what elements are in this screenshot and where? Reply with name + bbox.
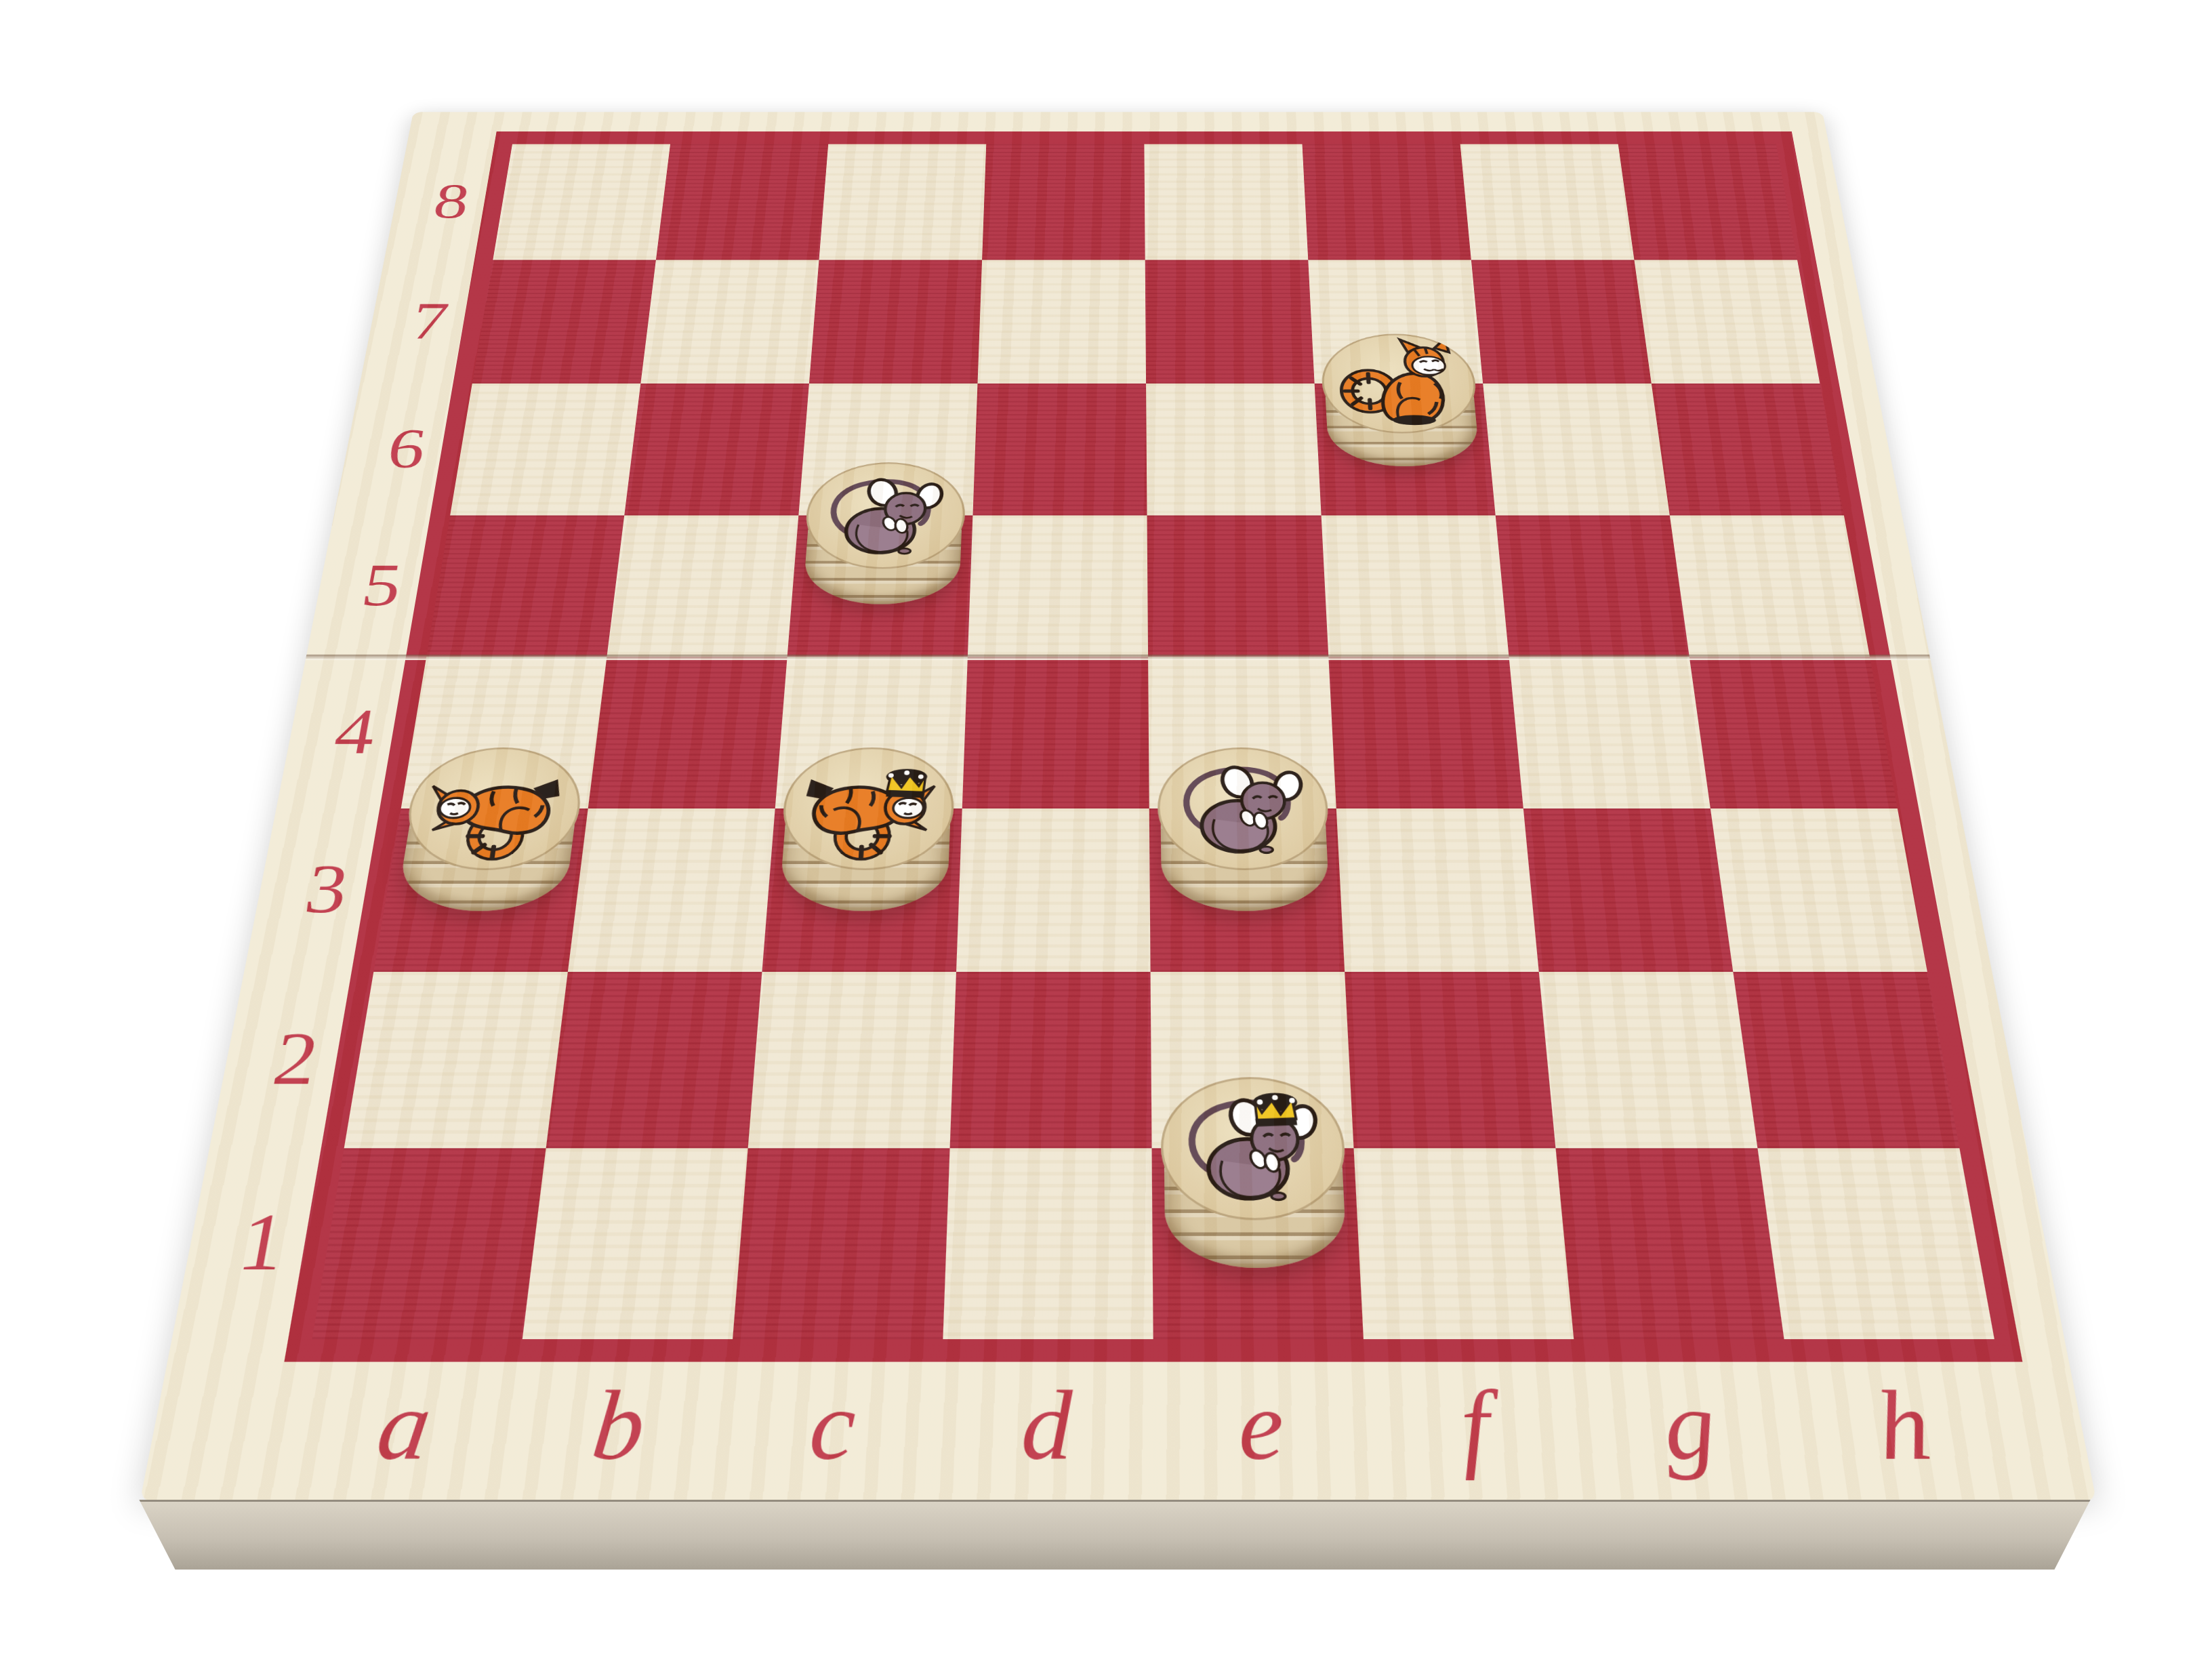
crown-icon bbox=[885, 769, 928, 798]
square-a2[interactable] bbox=[344, 972, 568, 1148]
square-g3[interactable] bbox=[1523, 808, 1733, 972]
cat-artwork bbox=[1325, 337, 1475, 430]
square-d6[interactable] bbox=[972, 384, 1147, 516]
square-h6[interactable] bbox=[1652, 384, 1844, 516]
square-g4[interactable] bbox=[1509, 657, 1711, 808]
file-label-h: h bbox=[1788, 1365, 2022, 1490]
square-b8[interactable] bbox=[656, 144, 828, 260]
square-a7[interactable] bbox=[472, 260, 656, 384]
cat-piece-a3[interactable] bbox=[392, 747, 587, 915]
square-f3[interactable] bbox=[1336, 808, 1539, 972]
king-mouse-piece-e1[interactable] bbox=[1160, 1077, 1351, 1272]
rank-label-2: 2 bbox=[209, 972, 332, 1148]
square-d2[interactable] bbox=[950, 972, 1152, 1148]
square-h8[interactable] bbox=[1618, 144, 1797, 260]
square-d8[interactable] bbox=[982, 144, 1145, 260]
square-d4[interactable] bbox=[962, 657, 1149, 808]
file-label-g: g bbox=[1576, 1365, 1805, 1490]
square-g6[interactable] bbox=[1483, 384, 1670, 516]
square-c8[interactable] bbox=[819, 144, 986, 260]
checkers-board: 87654321abcdefgh bbox=[140, 112, 2097, 1501]
file-label-a: a bbox=[287, 1365, 519, 1490]
square-g8[interactable] bbox=[1460, 144, 1635, 260]
square-f1[interactable] bbox=[1354, 1148, 1574, 1339]
file-label-f: f bbox=[1365, 1365, 1588, 1490]
square-h1[interactable] bbox=[1757, 1148, 1994, 1339]
square-a8[interactable] bbox=[493, 144, 670, 260]
square-e8[interactable] bbox=[1144, 144, 1308, 260]
square-b7[interactable] bbox=[640, 260, 819, 384]
rank-label-3: 3 bbox=[244, 808, 361, 972]
crown-icon bbox=[1253, 1093, 1298, 1127]
square-b2[interactable] bbox=[546, 972, 762, 1148]
file-label-d: d bbox=[937, 1365, 1154, 1490]
rank-label-4: 4 bbox=[276, 657, 388, 808]
square-h5[interactable] bbox=[1670, 516, 1870, 657]
square-e7[interactable] bbox=[1145, 260, 1315, 384]
perspective-wrapper: 87654321abcdefgh bbox=[0, 0, 2212, 1659]
square-d3[interactable] bbox=[956, 808, 1151, 972]
rank-label-7: 7 bbox=[360, 260, 458, 384]
square-d1[interactable] bbox=[943, 1148, 1153, 1339]
board-front-edge bbox=[115, 1500, 2114, 1570]
square-a5[interactable] bbox=[426, 516, 624, 657]
photo-of-checkers-board: 87654321abcdefgh bbox=[0, 0, 2212, 1659]
square-f2[interactable] bbox=[1345, 972, 1555, 1148]
board-fold-seam bbox=[306, 655, 1931, 660]
square-h7[interactable] bbox=[1634, 260, 1820, 384]
square-h4[interactable] bbox=[1689, 657, 1898, 808]
square-f4[interactable] bbox=[1328, 657, 1523, 808]
mouse-artwork bbox=[1163, 751, 1325, 867]
square-g5[interactable] bbox=[1496, 516, 1689, 657]
square-g1[interactable] bbox=[1555, 1148, 1784, 1339]
square-h3[interactable] bbox=[1711, 808, 1927, 972]
rank-label-8: 8 bbox=[384, 144, 479, 260]
square-g7[interactable] bbox=[1471, 260, 1652, 384]
mouse-piece-e3[interactable] bbox=[1157, 747, 1333, 915]
cat-piece-f6[interactable] bbox=[1319, 334, 1483, 470]
mouse-piece-c5[interactable] bbox=[799, 462, 966, 607]
square-c1[interactable] bbox=[733, 1148, 950, 1339]
square-g2[interactable] bbox=[1539, 972, 1758, 1148]
rank-label-1: 1 bbox=[172, 1148, 302, 1339]
square-f8[interactable] bbox=[1303, 144, 1471, 260]
mouse-artwork bbox=[808, 466, 962, 566]
square-e6[interactable] bbox=[1146, 384, 1322, 516]
file-label-e: e bbox=[1153, 1365, 1371, 1490]
rank-label-6: 6 bbox=[334, 384, 436, 516]
square-c7[interactable] bbox=[809, 260, 982, 384]
disc-top bbox=[1157, 747, 1330, 870]
square-h2[interactable] bbox=[1733, 972, 1959, 1148]
mouse-artwork bbox=[1166, 1081, 1342, 1216]
rank-label-5: 5 bbox=[306, 516, 413, 657]
square-d7[interactable] bbox=[977, 260, 1146, 384]
cat-artwork bbox=[785, 751, 950, 867]
square-a6[interactable] bbox=[450, 384, 640, 516]
square-d5[interactable] bbox=[968, 516, 1148, 657]
square-a1[interactable] bbox=[312, 1148, 546, 1339]
file-label-c: c bbox=[720, 1365, 942, 1490]
king-cat-piece-c3[interactable] bbox=[775, 747, 956, 915]
square-e5[interactable] bbox=[1147, 516, 1329, 657]
square-b3[interactable] bbox=[568, 808, 775, 972]
square-b4[interactable] bbox=[588, 657, 787, 808]
square-c2[interactable] bbox=[748, 972, 956, 1148]
file-label-b: b bbox=[504, 1365, 731, 1490]
square-b6[interactable] bbox=[624, 384, 809, 516]
square-b1[interactable] bbox=[523, 1148, 748, 1339]
square-b5[interactable] bbox=[607, 516, 798, 657]
square-f5[interactable] bbox=[1322, 516, 1509, 657]
